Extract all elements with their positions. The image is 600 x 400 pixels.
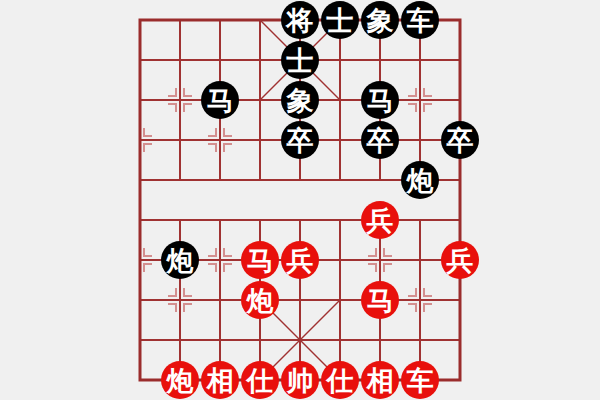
piece-red-general[interactable]: 帅 [281, 361, 319, 399]
piece-black-elephant[interactable]: 象 [361, 1, 399, 39]
piece-black-elephant[interactable]: 象 [281, 81, 319, 119]
piece-red-cannon[interactable]: 炮 [161, 361, 199, 399]
piece-black-soldier[interactable]: 卒 [441, 121, 479, 159]
piece-red-advisor[interactable]: 仕 [321, 361, 359, 399]
piece-red-elephant[interactable]: 相 [201, 361, 239, 399]
piece-black-soldier[interactable]: 卒 [361, 121, 399, 159]
piece-black-horse[interactable]: 马 [361, 81, 399, 119]
piece-red-soldier[interactable]: 兵 [361, 201, 399, 239]
piece-red-advisor[interactable]: 仕 [241, 361, 279, 399]
piece-red-horse[interactable]: 马 [241, 241, 279, 279]
piece-red-soldier[interactable]: 兵 [441, 241, 479, 279]
piece-red-soldier[interactable]: 兵 [281, 241, 319, 279]
piece-black-cannon[interactable]: 炮 [401, 161, 439, 199]
piece-red-chariot[interactable]: 车 [401, 361, 439, 399]
piece-black-advisor[interactable]: 士 [321, 1, 359, 39]
xiangqi-app-screen: 将士象车士马象马卒卒卒炮兵炮马兵兵炮马炮相仕帅仕相车 [0, 0, 600, 400]
piece-black-soldier[interactable]: 卒 [281, 121, 319, 159]
pieces-layer: 将士象车士马象马卒卒卒炮兵炮马兵兵炮马炮相仕帅仕相车 [120, 0, 480, 400]
piece-black-cannon[interactable]: 炮 [161, 241, 199, 279]
piece-black-chariot[interactable]: 车 [401, 1, 439, 39]
piece-red-horse[interactable]: 马 [361, 281, 399, 319]
piece-black-horse[interactable]: 马 [201, 81, 239, 119]
piece-black-advisor[interactable]: 士 [281, 41, 319, 79]
piece-black-general[interactable]: 将 [281, 1, 319, 39]
piece-red-cannon[interactable]: 炮 [241, 281, 279, 319]
piece-red-elephant[interactable]: 相 [361, 361, 399, 399]
